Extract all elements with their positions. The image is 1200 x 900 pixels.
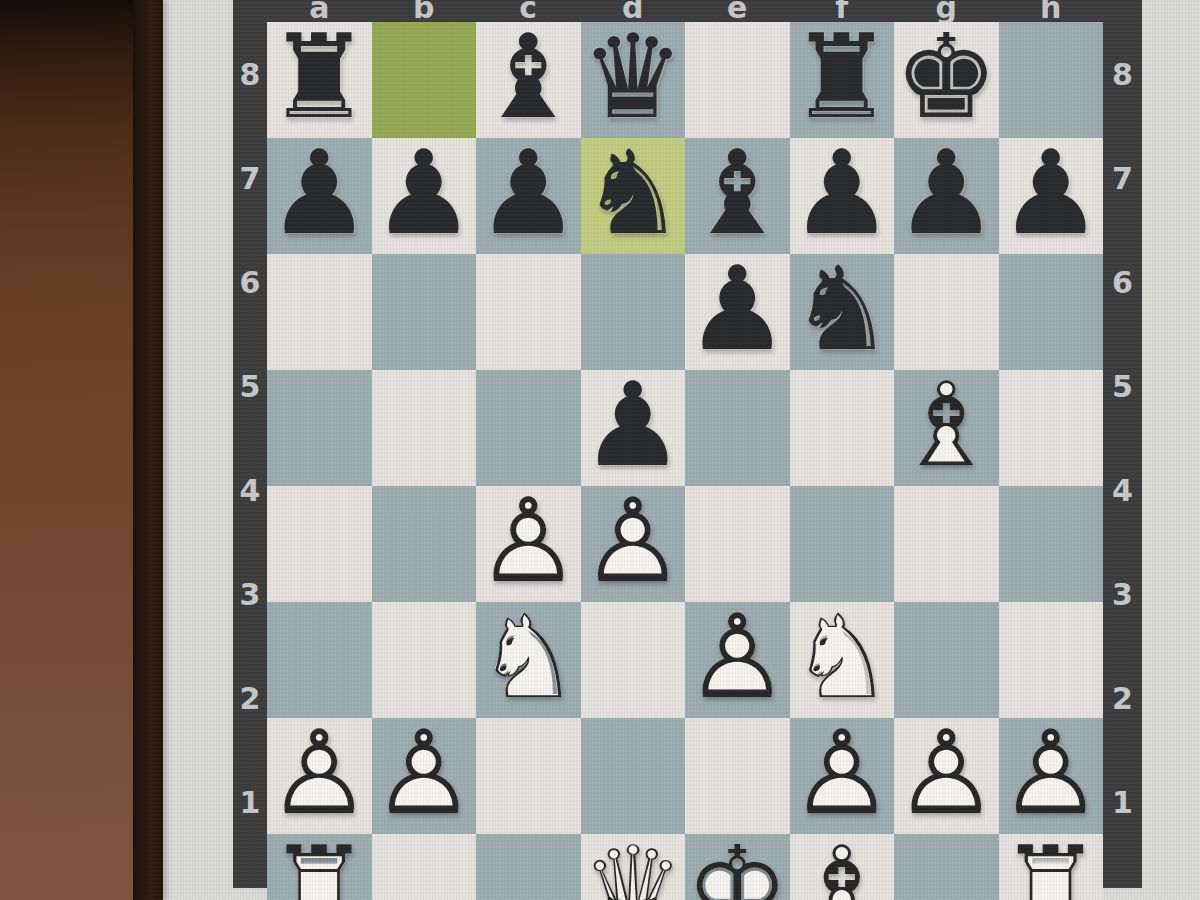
piece-black-pawn[interactable]: ♟︎	[372, 135, 476, 251]
rank-label-3: 3	[233, 543, 267, 647]
square-d4[interactable]: ♟︎♙	[581, 486, 686, 602]
rank-label-4: 4	[233, 439, 267, 543]
piece-black-king[interactable]: ♚	[894, 19, 998, 135]
rank-label-1: 1	[233, 751, 267, 855]
rank-label-1: 1	[1103, 751, 1142, 855]
rank-label-2: 2	[233, 647, 267, 751]
rank-label-6: 6	[233, 230, 267, 334]
square-g5[interactable]: ♝♗	[894, 370, 999, 486]
rank-label-2: 2	[1103, 647, 1142, 751]
piece-white-pawn[interactable]: ♟︎♙	[999, 715, 1103, 831]
piece-white-rook[interactable]: ♜♖	[999, 831, 1103, 900]
square-b4[interactable]	[372, 486, 477, 602]
square-a5[interactable]	[267, 370, 372, 486]
square-b6[interactable]	[372, 254, 477, 370]
piece-black-pawn[interactable]: ♟︎	[790, 135, 894, 251]
square-h2[interactable]: ♟︎♙	[999, 718, 1104, 834]
square-f4[interactable]	[790, 486, 895, 602]
square-c7[interactable]: ♟︎	[476, 138, 581, 254]
square-a4[interactable]	[267, 486, 372, 602]
square-c5[interactable]	[476, 370, 581, 486]
square-g7[interactable]: ♟︎	[894, 138, 999, 254]
piece-black-pawn[interactable]: ♟︎	[999, 135, 1103, 251]
monitor-bezel	[133, 0, 163, 900]
square-e5[interactable]	[685, 370, 790, 486]
square-e3[interactable]: ♟︎♙	[685, 602, 790, 718]
square-e2[interactable]	[685, 718, 790, 834]
square-f3[interactable]: ♞♘	[790, 602, 895, 718]
square-a1[interactable]: ♜♖	[267, 834, 372, 900]
piece-white-king[interactable]: ♚♔	[685, 831, 789, 900]
rank-label-5: 5	[1103, 334, 1142, 438]
square-e6[interactable]: ♟︎	[685, 254, 790, 370]
square-e1[interactable]: ♚♔	[685, 834, 790, 900]
square-a6[interactable]	[267, 254, 372, 370]
piece-white-pawn[interactable]: ♟︎♙	[894, 715, 998, 831]
chess-board-frame: abcdefgh abcdefgh 87654321 87654321 ♜♝♛♜…	[233, 0, 1142, 888]
square-g3[interactable]	[894, 602, 999, 718]
square-a3[interactable]	[267, 602, 372, 718]
square-d1[interactable]: ♛♕	[581, 834, 686, 900]
square-f5[interactable]	[790, 370, 895, 486]
square-d7[interactable]: ♞	[581, 138, 686, 254]
piece-white-pawn[interactable]: ♟︎♙	[581, 483, 685, 599]
piece-white-pawn[interactable]: ♟︎♙	[267, 715, 371, 831]
square-e8[interactable]	[685, 22, 790, 138]
piece-white-bishop[interactable]: ♝♗	[790, 831, 894, 900]
rank-label-3: 3	[1103, 543, 1142, 647]
rank-label-7: 7	[233, 126, 267, 230]
piece-white-pawn[interactable]: ♟︎♙	[372, 715, 476, 831]
square-g4[interactable]	[894, 486, 999, 602]
square-c8[interactable]: ♝	[476, 22, 581, 138]
square-h4[interactable]	[999, 486, 1104, 602]
square-e7[interactable]: ♝	[685, 138, 790, 254]
piece-white-bishop[interactable]: ♝♗	[894, 367, 998, 483]
square-c4[interactable]: ♟︎♙	[476, 486, 581, 602]
square-g6[interactable]	[894, 254, 999, 370]
piece-white-pawn[interactable]: ♟︎♙	[685, 599, 789, 715]
piece-black-pawn[interactable]: ♟︎	[685, 251, 789, 367]
square-f2[interactable]: ♟︎♙	[790, 718, 895, 834]
square-a2[interactable]: ♟︎♙	[267, 718, 372, 834]
square-f6[interactable]: ♞	[790, 254, 895, 370]
square-c2[interactable]	[476, 718, 581, 834]
square-d6[interactable]	[581, 254, 686, 370]
square-g1[interactable]	[894, 834, 999, 900]
square-h8[interactable]	[999, 22, 1104, 138]
rank-labels-left: 87654321	[233, 22, 267, 855]
square-c3[interactable]: ♞♘	[476, 602, 581, 718]
square-g2[interactable]: ♟︎♙	[894, 718, 999, 834]
square-h3[interactable]	[999, 602, 1104, 718]
square-e4[interactable]	[685, 486, 790, 602]
rank-label-4: 4	[1103, 439, 1142, 543]
square-b8[interactable]	[372, 22, 477, 138]
piece-black-bishop[interactable]: ♝	[685, 135, 789, 251]
square-h5[interactable]	[999, 370, 1104, 486]
square-b7[interactable]: ♟︎	[372, 138, 477, 254]
square-h1[interactable]: ♜♖	[999, 834, 1104, 900]
square-d5[interactable]: ♟︎	[581, 370, 686, 486]
rank-label-8: 8	[1103, 22, 1142, 126]
square-b5[interactable]	[372, 370, 477, 486]
square-f1[interactable]: ♝♗	[790, 834, 895, 900]
square-c1[interactable]	[476, 834, 581, 900]
piece-white-pawn[interactable]: ♟︎♙	[476, 483, 580, 599]
square-f8[interactable]: ♜	[790, 22, 895, 138]
piece-white-rook[interactable]: ♜♖	[267, 831, 371, 900]
square-b1[interactable]	[372, 834, 477, 900]
rank-labels-right: 87654321	[1103, 22, 1142, 855]
piece-black-rook[interactable]: ♜	[790, 19, 894, 135]
rank-label-5: 5	[233, 334, 267, 438]
square-b2[interactable]: ♟︎♙	[372, 718, 477, 834]
chess-board: ♜♝♛♜♚♟︎♟︎♟︎♞♝♟︎♟︎♟︎♟︎♞♟︎♝♗♟︎♙♟︎♙♞♘♟︎♙♞♘♟…	[267, 22, 1103, 855]
square-g8[interactable]: ♚	[894, 22, 999, 138]
square-a7[interactable]: ♟︎	[267, 138, 372, 254]
rank-label-8: 8	[233, 22, 267, 126]
piece-white-queen[interactable]: ♛♕	[581, 831, 685, 900]
piece-black-knight[interactable]: ♞	[581, 135, 685, 251]
piece-black-bishop[interactable]: ♝	[476, 19, 580, 135]
piece-white-knight[interactable]: ♞♘	[476, 599, 580, 715]
piece-black-queen[interactable]: ♛	[581, 19, 685, 135]
square-d3[interactable]	[581, 602, 686, 718]
piece-black-knight[interactable]: ♞	[790, 251, 894, 367]
square-d8[interactable]: ♛	[581, 22, 686, 138]
piece-white-pawn[interactable]: ♟︎♙	[790, 715, 894, 831]
square-d2[interactable]	[581, 718, 686, 834]
piece-white-knight[interactable]: ♞♘	[790, 599, 894, 715]
square-h6[interactable]	[999, 254, 1104, 370]
piece-black-pawn[interactable]: ♟︎	[581, 367, 685, 483]
piece-black-pawn[interactable]: ♟︎	[894, 135, 998, 251]
rank-label-6: 6	[1103, 230, 1142, 334]
piece-black-rook[interactable]: ♜	[267, 19, 371, 135]
rank-label-7: 7	[1103, 126, 1142, 230]
square-a8[interactable]: ♜	[267, 22, 372, 138]
desk-wood-background	[0, 0, 133, 900]
piece-black-pawn[interactable]: ♟︎	[267, 135, 371, 251]
square-b3[interactable]	[372, 602, 477, 718]
square-h7[interactable]: ♟︎	[999, 138, 1104, 254]
square-f7[interactable]: ♟︎	[790, 138, 895, 254]
monitor-photo: abcdefgh abcdefgh 87654321 87654321 ♜♝♛♜…	[0, 0, 1200, 900]
piece-black-pawn[interactable]: ♟︎	[476, 135, 580, 251]
square-c6[interactable]	[476, 254, 581, 370]
